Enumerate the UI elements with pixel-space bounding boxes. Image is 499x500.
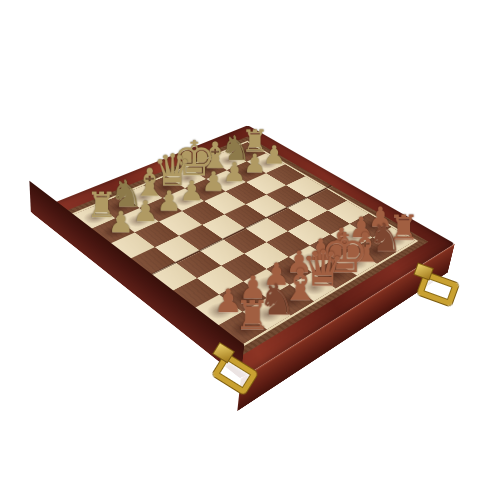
product-photo-scene: ♜♞♝♛♚♝♞♜♟♟♟♟♟♟♟♟♟♟♟♟♟♟♟♟♜♞♝♛♚♝♞♜ [0, 0, 499, 500]
board-3d-wrapper: ♜♞♝♛♚♝♞♜♟♟♟♟♟♟♟♟♟♟♟♟♟♟♟♟♜♞♝♛♚♝♞♜ [0, 0, 499, 500]
chess-board-box: ♜♞♝♛♚♝♞♜♟♟♟♟♟♟♟♟♟♟♟♟♟♟♟♟♜♞♝♛♚♝♞♜ [31, 125, 455, 379]
piece-brass-pawn: ♟ [243, 151, 266, 177]
square-g4 [287, 198, 328, 221]
piece-brass-pawn: ♟ [223, 160, 247, 186]
piece-brass-pawn: ♟ [157, 187, 182, 215]
piece-brass-pawn: ♟ [108, 208, 134, 237]
piece-brass-pawn: ♟ [180, 178, 204, 205]
piece-copper-rook: ♜ [235, 296, 271, 336]
piece-brass-pawn: ♟ [202, 168, 226, 195]
piece-brass-pawn: ♟ [133, 197, 158, 225]
